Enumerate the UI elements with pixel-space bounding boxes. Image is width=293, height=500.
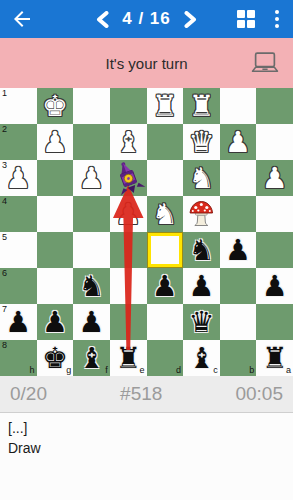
square-d6[interactable]: ♟ [147, 268, 184, 304]
square-c7[interactable]: ♛ [183, 304, 220, 340]
square-d1[interactable]: ♜ [147, 88, 184, 124]
square-d4[interactable]: ♞ [147, 196, 184, 232]
square-b1[interactable] [220, 88, 257, 124]
piece-wP-g2: ♟ [37, 124, 74, 160]
square-f6[interactable]: ♞ [73, 268, 110, 304]
square-h1[interactable]: 1 [0, 88, 37, 124]
square-g5[interactable] [37, 232, 74, 268]
piece-wN-c3: ♞ [183, 160, 220, 196]
piece-wK-g1: ♚ [37, 88, 74, 124]
square-e3[interactable] [110, 160, 147, 196]
piece-wP-b2: ♟ [220, 124, 257, 160]
square-a8[interactable]: a♜ [256, 340, 293, 376]
turn-banner-text: It's your turn [105, 55, 187, 72]
square-e2[interactable]: ♝ [110, 124, 147, 160]
joker-marker [110, 160, 147, 196]
square-g8[interactable]: g♚ [37, 340, 74, 376]
square-a5[interactable] [256, 232, 293, 268]
square-h7[interactable]: 7♟ [0, 304, 37, 340]
rank-label-2: 2 [2, 125, 7, 134]
rank-label-7: 7 [2, 305, 7, 314]
next-puzzle-button[interactable] [184, 11, 197, 28]
square-h2[interactable]: 2 [0, 124, 37, 160]
app-bar-actions [237, 0, 285, 38]
piece-bQ-c7: ♛ [183, 304, 220, 340]
square-g7[interactable]: ♟ [37, 304, 74, 340]
timer: 00:05 [235, 383, 283, 405]
square-d3[interactable] [147, 160, 184, 196]
square-b2[interactable]: ♟ [220, 124, 257, 160]
rank-label-1: 1 [2, 89, 7, 98]
square-f3[interactable]: ♟ [73, 160, 110, 196]
square-a2[interactable] [256, 124, 293, 160]
square-a7[interactable] [256, 304, 293, 340]
square-b4[interactable] [220, 196, 257, 232]
mushroom-marker [183, 196, 220, 232]
piece-bP-b5: ♟ [220, 232, 257, 268]
piece-wQ-c2: ♛ [183, 124, 220, 160]
piece-wP-f3: ♟ [73, 160, 110, 196]
square-h8[interactable]: 8h [0, 340, 37, 376]
square-f5[interactable] [73, 232, 110, 268]
square-e4[interactable]: ♟ [110, 196, 147, 232]
square-a4[interactable] [256, 196, 293, 232]
file-label-d: d [176, 366, 181, 375]
piece-wP-a3: ♟ [256, 160, 293, 196]
status-bar: 0/20 #518 00:05 [0, 376, 293, 413]
square-c1[interactable]: ♜ [183, 88, 220, 124]
rank-label-5: 5 [2, 233, 7, 242]
square-f1[interactable] [73, 88, 110, 124]
rank-label-6: 6 [2, 269, 7, 278]
square-a3[interactable]: ♟ [256, 160, 293, 196]
piece-bP-d6: ♟ [147, 268, 184, 304]
piece-wB-e2: ♝ [110, 124, 147, 160]
square-e8[interactable]: e♜ [110, 340, 147, 376]
piece-bP-c6: ♟ [183, 268, 220, 304]
file-label-h: h [30, 366, 35, 375]
score-counter: 0/20 [10, 383, 47, 405]
square-h3[interactable]: 3♟ [0, 160, 37, 196]
moves-panel[interactable]: [...] Draw [0, 413, 293, 500]
square-e5[interactable] [110, 232, 147, 268]
piece-wR-c1: ♜ [183, 88, 220, 124]
square-g4[interactable] [37, 196, 74, 232]
square-b6[interactable] [220, 268, 257, 304]
rank-label-4: 4 [2, 197, 7, 206]
square-a1[interactable] [256, 88, 293, 124]
piece-bP-a6: ♟ [256, 268, 293, 304]
square-f4[interactable] [73, 196, 110, 232]
piece-bN-f6: ♞ [73, 268, 110, 304]
square-a6[interactable]: ♟ [256, 268, 293, 304]
square-f7[interactable]: ♟ [73, 304, 110, 340]
file-label-g: g [66, 366, 71, 375]
chess-board: 1♚♜♜2♟♝♛♟3♟♟ ♞♟4♟♞ [0, 88, 293, 376]
piece-bP-g7: ♟ [37, 304, 74, 340]
puzzle-counter: 4 / 16 [122, 9, 171, 29]
computer-icon[interactable] [248, 51, 282, 76]
overflow-menu-icon[interactable] [269, 6, 285, 32]
square-f8[interactable]: f♝ [73, 340, 110, 376]
puzzle-number: #518 [120, 383, 162, 405]
rank-label-8: 8 [2, 341, 7, 350]
square-g1[interactable]: ♚ [37, 88, 74, 124]
square-e1[interactable] [110, 88, 147, 124]
square-h6[interactable]: 6 [0, 268, 37, 304]
app-bar: 4 / 16 [0, 0, 293, 38]
square-c8[interactable]: c♝ [183, 340, 220, 376]
square-f2[interactable] [73, 124, 110, 160]
previous-puzzle-button[interactable] [96, 11, 109, 28]
file-label-b: b [249, 366, 254, 375]
file-label-f: f [105, 366, 108, 375]
piece-bP-f7: ♟ [73, 304, 110, 340]
square-c3[interactable]: ♞ [183, 160, 220, 196]
square-h5[interactable]: 5 [0, 232, 37, 268]
square-b8[interactable]: b [220, 340, 257, 376]
square-e6[interactable] [110, 268, 147, 304]
piece-wR-d1: ♜ [147, 88, 184, 124]
piece-wP-e4: ♟ [110, 196, 147, 232]
piece-wN-d4: ♞ [147, 196, 184, 232]
square-e7[interactable] [110, 304, 147, 340]
square-g3[interactable] [37, 160, 74, 196]
square-c5[interactable]: ♞ [183, 232, 220, 268]
square-g6[interactable] [37, 268, 74, 304]
square-d2[interactable] [147, 124, 184, 160]
result-text: Draw [8, 438, 285, 458]
chess-app-window: 4 / 16 It's your turn 1♚♜♜2♟♝♛♟3♟♟ [0, 0, 293, 500]
file-label-c: c [213, 366, 218, 375]
square-d5[interactable] [147, 232, 184, 268]
square-g2[interactable]: ♟ [37, 124, 74, 160]
square-d7[interactable] [147, 304, 184, 340]
moves-ellipsis: [...] [8, 418, 285, 438]
square-b3[interactable] [220, 160, 257, 196]
square-b5[interactable]: ♟ [220, 232, 257, 268]
grid-view-icon[interactable] [237, 10, 255, 28]
turn-banner: It's your turn [0, 38, 293, 88]
square-h4[interactable]: 4 [0, 196, 37, 232]
square-c6[interactable]: ♟ [183, 268, 220, 304]
square-c2[interactable]: ♛ [183, 124, 220, 160]
square-b7[interactable] [220, 304, 257, 340]
piece-bN-c5: ♞ [183, 232, 220, 268]
file-label-a: a [286, 366, 291, 375]
square-c4[interactable] [183, 196, 220, 232]
square-d8[interactable]: d [147, 340, 184, 376]
rank-label-3: 3 [2, 161, 7, 170]
file-label-e: e [139, 366, 144, 375]
